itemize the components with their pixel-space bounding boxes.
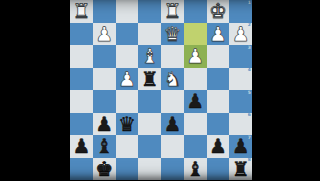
white-pawn-piece[interactable]: ♟ bbox=[186, 46, 204, 66]
square-g2[interactable]: ♟ bbox=[93, 23, 116, 46]
square-f5[interactable] bbox=[116, 90, 139, 113]
square-h2[interactable] bbox=[70, 23, 93, 46]
square-h6[interactable] bbox=[70, 113, 93, 136]
square-c4[interactable] bbox=[184, 68, 207, 91]
white-queen-piece[interactable]: ♛ bbox=[163, 23, 181, 43]
square-a5[interactable]: 5 bbox=[229, 90, 252, 113]
chess-board: ♜♜♚1♟♛♟♟2♝♟3♟♜♞4♟5♟♛♟6♟♝♟♟7♚♝♜8 bbox=[70, 0, 252, 180]
square-c5[interactable]: ♟ bbox=[184, 90, 207, 113]
square-e5[interactable] bbox=[138, 90, 161, 113]
white-bishop-piece[interactable]: ♝ bbox=[141, 46, 159, 66]
rank-coordinate-8: 8 bbox=[248, 158, 251, 163]
white-rook-piece[interactable]: ♜ bbox=[163, 1, 181, 21]
square-h8[interactable] bbox=[70, 158, 93, 181]
square-h5[interactable] bbox=[70, 90, 93, 113]
square-h4[interactable] bbox=[70, 68, 93, 91]
rank-coordinate-7: 7 bbox=[248, 136, 251, 141]
square-g6[interactable]: ♟ bbox=[93, 113, 116, 136]
black-pawn-piece[interactable]: ♟ bbox=[72, 136, 90, 156]
square-f4[interactable]: ♟ bbox=[116, 68, 139, 91]
rank-coordinate-1: 1 bbox=[248, 1, 251, 6]
square-b5[interactable] bbox=[207, 90, 230, 113]
square-c6[interactable] bbox=[184, 113, 207, 136]
square-b6[interactable] bbox=[207, 113, 230, 136]
black-bishop-piece[interactable]: ♝ bbox=[186, 158, 204, 178]
square-e1[interactable] bbox=[138, 0, 161, 23]
square-g4[interactable] bbox=[93, 68, 116, 91]
square-h1[interactable]: ♜ bbox=[70, 0, 93, 23]
square-g3[interactable] bbox=[93, 45, 116, 68]
rank-coordinate-3: 3 bbox=[248, 46, 251, 51]
square-a6[interactable]: 6 bbox=[229, 113, 252, 136]
white-king-piece[interactable]: ♚ bbox=[209, 1, 227, 21]
square-f3[interactable] bbox=[116, 45, 139, 68]
white-pawn-piece[interactable]: ♟ bbox=[209, 23, 227, 43]
square-e4[interactable]: ♜ bbox=[138, 68, 161, 91]
square-f1[interactable] bbox=[116, 0, 139, 23]
square-a3[interactable]: 3 bbox=[229, 45, 252, 68]
square-f6[interactable]: ♛ bbox=[116, 113, 139, 136]
black-pawn-piece[interactable]: ♟ bbox=[163, 113, 181, 133]
black-queen-piece[interactable]: ♛ bbox=[118, 113, 136, 133]
square-c7[interactable] bbox=[184, 135, 207, 158]
square-e7[interactable] bbox=[138, 135, 161, 158]
white-knight-piece[interactable]: ♞ bbox=[163, 68, 181, 88]
square-a7[interactable]: ♟7 bbox=[229, 135, 252, 158]
square-c2[interactable] bbox=[184, 23, 207, 46]
square-h7[interactable]: ♟ bbox=[70, 135, 93, 158]
square-d7[interactable] bbox=[161, 135, 184, 158]
black-pawn-piece[interactable]: ♟ bbox=[209, 136, 227, 156]
square-d2[interactable]: ♛ bbox=[161, 23, 184, 46]
rank-coordinate-2: 2 bbox=[248, 23, 251, 28]
rank-coordinate-5: 5 bbox=[248, 91, 251, 96]
white-pawn-piece[interactable]: ♟ bbox=[118, 68, 136, 88]
square-d6[interactable]: ♟ bbox=[161, 113, 184, 136]
square-d5[interactable] bbox=[161, 90, 184, 113]
letterbox-right bbox=[252, 0, 320, 180]
white-rook-piece[interactable]: ♜ bbox=[72, 1, 90, 21]
square-d8[interactable] bbox=[161, 158, 184, 181]
letterbox-left bbox=[0, 0, 70, 180]
black-king-piece[interactable]: ♚ bbox=[95, 158, 113, 178]
square-e8[interactable] bbox=[138, 158, 161, 181]
square-f2[interactable] bbox=[116, 23, 139, 46]
square-a2[interactable]: ♟2 bbox=[229, 23, 252, 46]
square-b1[interactable]: ♚ bbox=[207, 0, 230, 23]
square-c8[interactable]: ♝ bbox=[184, 158, 207, 181]
square-e3[interactable]: ♝ bbox=[138, 45, 161, 68]
rank-coordinate-6: 6 bbox=[248, 113, 251, 118]
black-bishop-piece[interactable]: ♝ bbox=[95, 136, 113, 156]
square-b7[interactable]: ♟ bbox=[207, 135, 230, 158]
square-g5[interactable] bbox=[93, 90, 116, 113]
square-h3[interactable] bbox=[70, 45, 93, 68]
square-e2[interactable] bbox=[138, 23, 161, 46]
square-a1[interactable]: 1 bbox=[229, 0, 252, 23]
square-g1[interactable] bbox=[93, 0, 116, 23]
square-f7[interactable] bbox=[116, 135, 139, 158]
black-pawn-piece[interactable]: ♟ bbox=[186, 91, 204, 111]
square-e6[interactable] bbox=[138, 113, 161, 136]
white-pawn-piece[interactable]: ♟ bbox=[95, 23, 113, 43]
square-f8[interactable] bbox=[116, 158, 139, 181]
black-pawn-piece[interactable]: ♟ bbox=[95, 113, 113, 133]
square-b3[interactable] bbox=[207, 45, 230, 68]
square-g7[interactable]: ♝ bbox=[93, 135, 116, 158]
chess-app-screen: ♜♜♚1♟♛♟♟2♝♟3♟♜♞4♟5♟♛♟6♟♝♟♟7♚♝♜8 bbox=[0, 0, 320, 180]
square-d1[interactable]: ♜ bbox=[161, 0, 184, 23]
square-b8[interactable] bbox=[207, 158, 230, 181]
square-a8[interactable]: ♜8 bbox=[229, 158, 252, 181]
square-g8[interactable]: ♚ bbox=[93, 158, 116, 181]
square-d3[interactable] bbox=[161, 45, 184, 68]
square-a4[interactable]: 4 bbox=[229, 68, 252, 91]
black-rook-piece[interactable]: ♜ bbox=[141, 68, 159, 88]
square-b4[interactable] bbox=[207, 68, 230, 91]
square-c1[interactable] bbox=[184, 0, 207, 23]
rank-coordinate-4: 4 bbox=[248, 68, 251, 73]
square-c3[interactable]: ♟ bbox=[184, 45, 207, 68]
square-b2[interactable]: ♟ bbox=[207, 23, 230, 46]
square-d4[interactable]: ♞ bbox=[161, 68, 184, 91]
